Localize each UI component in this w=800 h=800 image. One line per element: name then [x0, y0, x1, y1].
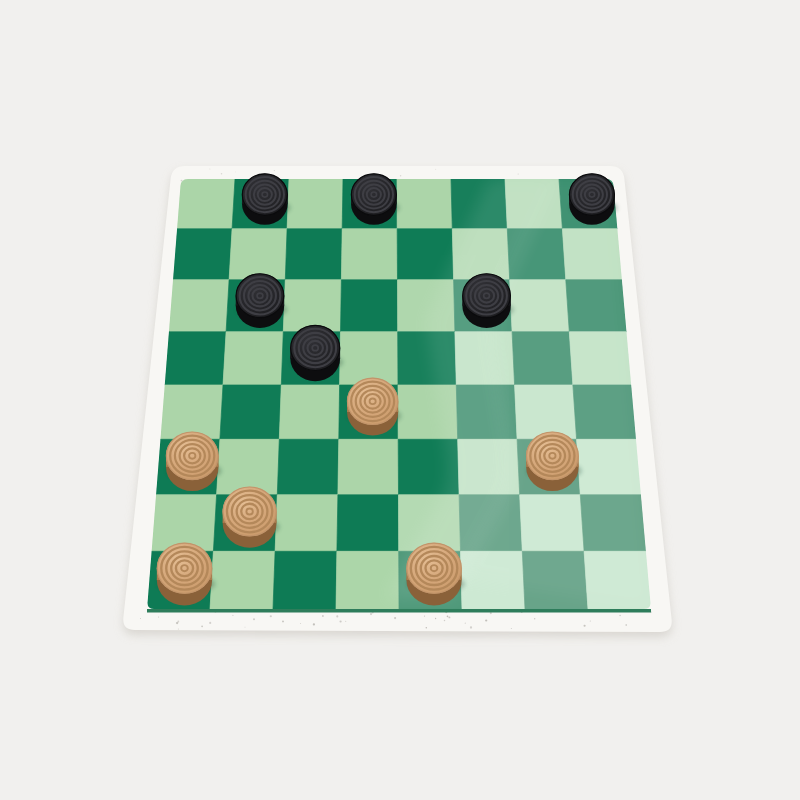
square-r8c2 — [210, 551, 275, 609]
square-r1c3 — [287, 179, 343, 229]
square-r5c2 — [220, 385, 281, 439]
board-squares — [147, 179, 651, 609]
board-edge — [147, 609, 651, 613]
square-r6c3 — [277, 439, 339, 495]
square-r8c3 — [273, 551, 337, 609]
square-r2c2 — [229, 229, 287, 280]
square-r5c1 — [160, 385, 223, 439]
square-r6c4 — [338, 439, 399, 495]
square-r2c4 — [341, 229, 397, 280]
square-r1c1 — [177, 179, 235, 229]
square-r3c1 — [169, 280, 229, 332]
square-r4c1 — [165, 332, 226, 385]
square-r8c4 — [336, 551, 399, 609]
square-r2c5 — [397, 229, 453, 280]
square-r7c4 — [337, 495, 399, 552]
square-r3c4 — [341, 280, 398, 332]
square-r2c3 — [285, 229, 342, 280]
square-r3c3 — [283, 280, 341, 332]
checkers-product-photo — [0, 0, 800, 800]
square-r4c2 — [223, 332, 283, 385]
square-r4c4 — [340, 332, 398, 385]
board-scene — [0, 0, 800, 800]
square-r7c3 — [275, 495, 338, 552]
square-r2c1 — [173, 229, 232, 280]
square-r1c5 — [397, 179, 452, 229]
square-r5c3 — [279, 385, 339, 439]
